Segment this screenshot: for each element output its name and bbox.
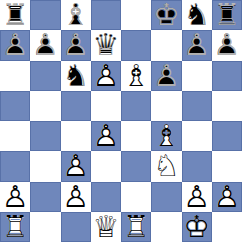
white-pawn-piece[interactable]: ♟♙ xyxy=(0,182,30,212)
pawn-glyph-outline: ♙ xyxy=(183,30,210,60)
pawn-glyph-outline: ♙ xyxy=(92,61,119,91)
queen-glyph-outline: ♕ xyxy=(92,30,119,60)
rook-glyph-outline: ♖ xyxy=(213,0,240,30)
queen-glyph-outline: ♕ xyxy=(92,212,119,242)
square-f6[interactable]: ♟♙ xyxy=(151,61,181,91)
square-d5[interactable] xyxy=(91,91,121,121)
square-f2[interactable] xyxy=(151,182,181,212)
square-b7[interactable]: ♟♙ xyxy=(30,30,60,60)
pawn-glyph-outline: ♙ xyxy=(62,30,89,60)
square-g7[interactable]: ♟♙ xyxy=(182,30,212,60)
white-pawn-piece[interactable]: ♟♙ xyxy=(212,182,242,212)
knight-glyph-outline: ♘ xyxy=(153,151,180,181)
rook-glyph-outline: ♖ xyxy=(2,0,29,30)
pawn-glyph-outline: ♙ xyxy=(62,182,89,212)
square-d8[interactable] xyxy=(91,0,121,30)
white-pawn-piece[interactable]: ♟♙ xyxy=(91,61,121,91)
pawn-glyph-outline: ♙ xyxy=(2,30,29,60)
white-bishop-piece[interactable]: ♝♗ xyxy=(121,61,151,91)
square-b2[interactable] xyxy=(30,182,60,212)
square-b8[interactable] xyxy=(30,0,60,30)
square-e7[interactable] xyxy=(121,30,151,60)
knight-glyph-outline: ♘ xyxy=(183,0,210,30)
square-g4[interactable] xyxy=(182,121,212,151)
square-a2[interactable]: ♟♙ xyxy=(0,182,30,212)
square-e3[interactable] xyxy=(121,151,151,181)
pawn-glyph-outline: ♙ xyxy=(32,30,59,60)
square-e6[interactable]: ♝♗ xyxy=(121,61,151,91)
black-pawn-piece[interactable]: ♟♙ xyxy=(212,30,242,60)
square-g1[interactable]: ♚♔ xyxy=(182,212,212,242)
square-g3[interactable] xyxy=(182,151,212,181)
square-a1[interactable]: ♜♖ xyxy=(0,212,30,242)
square-a8[interactable]: ♜♖ xyxy=(0,0,30,30)
knight-glyph-outline: ♘ xyxy=(62,61,89,91)
square-d3[interactable] xyxy=(91,151,121,181)
white-pawn-piece[interactable]: ♟♙ xyxy=(61,182,91,212)
square-a4[interactable] xyxy=(0,121,30,151)
square-d1[interactable]: ♛♕ xyxy=(91,212,121,242)
square-h3[interactable] xyxy=(212,151,242,181)
white-queen-piece[interactable]: ♛♕ xyxy=(91,212,121,242)
square-a5[interactable] xyxy=(0,91,30,121)
square-c5[interactable] xyxy=(61,91,91,121)
rook-glyph-outline: ♖ xyxy=(123,212,150,242)
square-a7[interactable]: ♟♙ xyxy=(0,30,30,60)
square-g8[interactable]: ♞♘ xyxy=(182,0,212,30)
black-rook-piece[interactable]: ♜♖ xyxy=(212,0,242,30)
bishop-glyph-outline: ♗ xyxy=(123,61,150,91)
white-bishop-piece[interactable]: ♝♗ xyxy=(151,121,181,151)
square-e8[interactable] xyxy=(121,0,151,30)
chess-board: ♜♖♝♗♚♔♞♘♜♖♟♙♟♙♟♙♛♕♟♙♟♙♞♘♟♙♝♗♟♙♟♙♝♗♟♙♞♘♟♙… xyxy=(0,0,242,242)
black-knight-piece[interactable]: ♞♘ xyxy=(61,61,91,91)
square-e4[interactable] xyxy=(121,121,151,151)
square-b6[interactable] xyxy=(30,61,60,91)
square-c6[interactable]: ♞♘ xyxy=(61,61,91,91)
square-d6[interactable]: ♟♙ xyxy=(91,61,121,91)
pawn-glyph-outline: ♙ xyxy=(183,182,210,212)
square-c1[interactable] xyxy=(61,212,91,242)
white-rook-piece[interactable]: ♜♖ xyxy=(0,212,30,242)
pawn-glyph-outline: ♙ xyxy=(92,121,119,151)
square-h1[interactable] xyxy=(212,212,242,242)
square-a6[interactable] xyxy=(0,61,30,91)
black-queen-piece[interactable]: ♛♕ xyxy=(91,30,121,60)
black-pawn-piece[interactable]: ♟♙ xyxy=(182,30,212,60)
black-pawn-piece[interactable]: ♟♙ xyxy=(151,61,181,91)
white-pawn-piece[interactable]: ♟♙ xyxy=(61,151,91,181)
square-d4[interactable]: ♟♙ xyxy=(91,121,121,151)
square-h4[interactable] xyxy=(212,121,242,151)
white-knight-piece[interactable]: ♞♘ xyxy=(151,151,181,181)
rook-glyph-outline: ♖ xyxy=(2,212,29,242)
black-pawn-piece[interactable]: ♟♙ xyxy=(0,30,30,60)
square-b5[interactable] xyxy=(30,91,60,121)
square-h6[interactable] xyxy=(212,61,242,91)
black-knight-piece[interactable]: ♞♘ xyxy=(182,0,212,30)
square-f4[interactable]: ♝♗ xyxy=(151,121,181,151)
square-h8[interactable]: ♜♖ xyxy=(212,0,242,30)
white-pawn-piece[interactable]: ♟♙ xyxy=(182,182,212,212)
square-f3[interactable]: ♞♘ xyxy=(151,151,181,181)
square-c4[interactable] xyxy=(61,121,91,151)
pawn-glyph-outline: ♙ xyxy=(213,182,240,212)
pawn-glyph-outline: ♙ xyxy=(153,61,180,91)
square-d2[interactable] xyxy=(91,182,121,212)
bishop-glyph-outline: ♗ xyxy=(153,121,180,151)
white-king-piece[interactable]: ♚♔ xyxy=(182,212,212,242)
king-glyph-outline: ♔ xyxy=(153,0,180,30)
square-h7[interactable]: ♟♙ xyxy=(212,30,242,60)
square-e2[interactable] xyxy=(121,182,151,212)
square-h2[interactable]: ♟♙ xyxy=(212,182,242,212)
black-king-piece[interactable]: ♚♔ xyxy=(151,0,181,30)
square-g5[interactable] xyxy=(182,91,212,121)
square-a3[interactable] xyxy=(0,151,30,181)
pawn-glyph-outline: ♙ xyxy=(2,182,29,212)
black-bishop-piece[interactable]: ♝♗ xyxy=(61,0,91,30)
square-f7[interactable] xyxy=(151,30,181,60)
pawn-glyph-outline: ♙ xyxy=(213,30,240,60)
white-rook-piece[interactable]: ♜♖ xyxy=(121,212,151,242)
square-c8[interactable]: ♝♗ xyxy=(61,0,91,30)
bishop-glyph-outline: ♗ xyxy=(62,0,89,30)
square-f5[interactable] xyxy=(151,91,181,121)
black-rook-piece[interactable]: ♜♖ xyxy=(0,0,30,30)
square-d7[interactable]: ♛♕ xyxy=(91,30,121,60)
square-e1[interactable]: ♜♖ xyxy=(121,212,151,242)
square-c3[interactable]: ♟♙ xyxy=(61,151,91,181)
square-b3[interactable] xyxy=(30,151,60,181)
square-b4[interactable] xyxy=(30,121,60,151)
square-h5[interactable] xyxy=(212,91,242,121)
black-pawn-piece[interactable]: ♟♙ xyxy=(61,30,91,60)
square-c7[interactable]: ♟♙ xyxy=(61,30,91,60)
square-f1[interactable] xyxy=(151,212,181,242)
square-c2[interactable]: ♟♙ xyxy=(61,182,91,212)
king-glyph-outline: ♔ xyxy=(183,212,210,242)
square-b1[interactable] xyxy=(30,212,60,242)
square-g6[interactable] xyxy=(182,61,212,91)
pawn-glyph-outline: ♙ xyxy=(62,151,89,181)
black-pawn-piece[interactable]: ♟♙ xyxy=(30,30,60,60)
square-f8[interactable]: ♚♔ xyxy=(151,0,181,30)
white-pawn-piece[interactable]: ♟♙ xyxy=(91,121,121,151)
square-e5[interactable] xyxy=(121,91,151,121)
square-g2[interactable]: ♟♙ xyxy=(182,182,212,212)
